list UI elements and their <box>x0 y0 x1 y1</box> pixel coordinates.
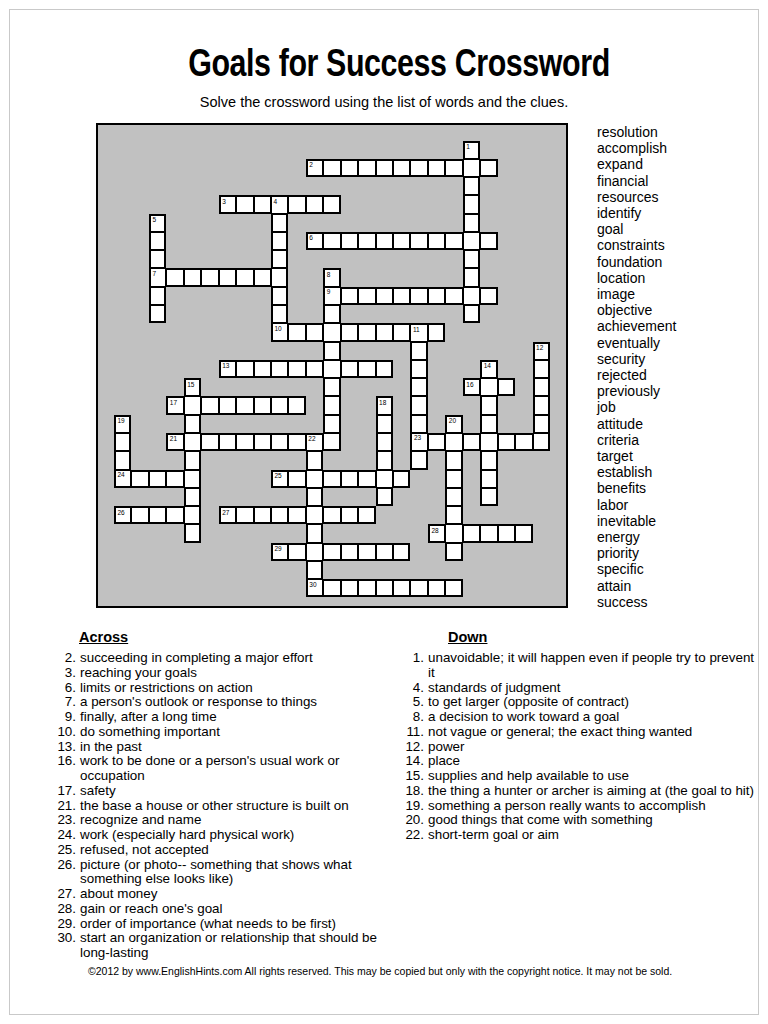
clue-item: 13.in the past <box>52 740 397 755</box>
grid-cell-r5c12 <box>323 232 340 250</box>
grid-cell-r5c21 <box>480 232 497 250</box>
grid-cell-r20c12 <box>323 506 340 524</box>
word-bank-item: location <box>597 270 676 286</box>
clue-item-text: in the past <box>80 740 397 755</box>
grid-cell-r0c20: 1 <box>463 141 480 159</box>
clue-item-text: the thing a hunter or archer is aiming a… <box>428 784 755 799</box>
grid-cell-r7c5 <box>201 268 218 286</box>
grid-cell-r3c11 <box>306 195 323 213</box>
grid-cell-r22c15 <box>376 543 393 561</box>
grid-cell-r24c18 <box>428 579 445 597</box>
word-bank-item: financial <box>597 173 676 189</box>
grid-cell-r21c11 <box>306 524 323 542</box>
grid-cell-r16c23 <box>515 433 532 451</box>
grid-cell-r8c9 <box>271 287 288 305</box>
clue-item: 27.about money <box>52 887 397 902</box>
word-bank-item: criteria <box>597 432 676 448</box>
clue-item: 25.refused, not accepted <box>52 843 397 858</box>
grid-cell-r13c24 <box>533 378 550 396</box>
grid-cell-r16c22 <box>498 433 515 451</box>
clue-item-text: reaching your goals <box>80 666 397 681</box>
clue-item-number: 5. <box>400 695 428 710</box>
clue-number-label: 12 <box>536 344 543 351</box>
clue-number-label: 22 <box>308 435 315 442</box>
grid-cell-r18c2 <box>149 470 166 488</box>
clue-item-number: 25. <box>52 843 80 858</box>
clue-item: 2.succeeding in completing a major effor… <box>52 651 397 666</box>
clue-item-number: 3. <box>52 666 80 681</box>
word-bank-item: target <box>597 448 676 464</box>
clue-item-text: recognize and name <box>80 813 397 828</box>
down-clue-list: 1.unavoidable; it will happen even if pe… <box>400 651 755 843</box>
clue-item: 17.safety <box>52 784 397 799</box>
grid-cell-r1c15 <box>376 159 393 177</box>
grid-cell-r7c7 <box>236 268 253 286</box>
clue-item-number: 19. <box>400 799 428 814</box>
grid-cell-r18c12 <box>323 470 340 488</box>
clue-item-text: order of importance (what needs to be fi… <box>80 917 397 932</box>
grid-cell-r17c15 <box>376 451 393 469</box>
grid-cell-r22c12 <box>323 543 340 561</box>
grid-cell-r16c12 <box>323 433 340 451</box>
grid-cell-r16c10 <box>288 433 305 451</box>
grid-cell-r3c6: 3 <box>219 195 236 213</box>
grid-cell-r10c11 <box>306 323 323 341</box>
grid-cell-r17c0 <box>114 451 131 469</box>
grid-cell-r8c13 <box>341 287 358 305</box>
clue-item: 14.place <box>400 754 755 769</box>
grid-cell-r18c4 <box>184 470 201 488</box>
grid-cell-r21c18: 28 <box>428 524 445 542</box>
grid-cell-r7c12: 8 <box>323 268 340 286</box>
grid-cell-r16c0 <box>114 433 131 451</box>
grid-cell-r19c4 <box>184 488 201 506</box>
clue-number-label: 26 <box>118 509 125 516</box>
grid-cell-r20c14 <box>358 506 375 524</box>
grid-cell-r1c12 <box>323 159 340 177</box>
clue-item-number: 16. <box>52 754 80 784</box>
grid-cell-r12c13 <box>341 360 358 378</box>
clue-item: 28.gain or reach one's goal <box>52 902 397 917</box>
clue-item-text: power <box>428 740 755 755</box>
grid-cell-r20c13 <box>341 506 358 524</box>
grid-cell-r10c17: 11 <box>410 323 427 341</box>
grid-cell-r12c24 <box>533 360 550 378</box>
grid-cell-r16c9 <box>271 433 288 451</box>
clue-item-text: a decision to work toward a goal <box>428 710 755 725</box>
grid-cell-r18c21 <box>480 470 497 488</box>
grid-cell-r24c19 <box>445 579 462 597</box>
grid-cell-r16c20 <box>463 433 480 451</box>
clue-item-number: 20. <box>400 813 428 828</box>
clue-item-number: 9. <box>52 710 80 725</box>
grid-cell-r17c21 <box>480 451 497 469</box>
grid-cell-r8c19 <box>445 287 462 305</box>
grid-cell-r12c14 <box>358 360 375 378</box>
clue-item-number: 7. <box>52 695 80 710</box>
word-bank-item: identify <box>597 205 676 221</box>
grid-cell-r10c10 <box>288 323 305 341</box>
clue-item-number: 18. <box>400 784 428 799</box>
clue-number-label: 10 <box>274 325 281 332</box>
across-clue-list: 2.succeeding in completing a major effor… <box>52 651 397 961</box>
grid-cell-r20c10 <box>288 506 305 524</box>
grid-cell-r18c0: 24 <box>114 470 131 488</box>
grid-cell-r1c16 <box>393 159 410 177</box>
grid-cell-r22c10 <box>288 543 305 561</box>
clue-item: 30.start an organization or relationship… <box>52 931 397 961</box>
grid-cell-r22c13 <box>341 543 358 561</box>
grid-cell-r5c2 <box>149 232 166 250</box>
grid-cell-r16c24 <box>533 433 550 451</box>
grid-cell-r18c16 <box>393 470 410 488</box>
grid-cell-r1c11: 2 <box>306 159 323 177</box>
grid-cell-r18c13 <box>341 470 358 488</box>
word-bank-item: eventually <box>597 335 676 351</box>
page-subtitle: Solve the crossword using the list of wo… <box>0 94 768 110</box>
grid-cell-r9c2 <box>149 305 166 323</box>
clue-number-label: 19 <box>118 417 125 424</box>
grid-cell-r23c11 <box>306 561 323 579</box>
grid-cell-r20c2 <box>149 506 166 524</box>
grid-cell-r13c4: 15 <box>184 378 201 396</box>
grid-cell-r16c4 <box>184 433 201 451</box>
grid-cell-r22c11 <box>306 543 323 561</box>
clue-number-label: 27 <box>222 509 229 516</box>
word-bank-item: image <box>597 286 676 302</box>
grid-cell-r22c19 <box>445 543 462 561</box>
clue-item-number: 29. <box>52 917 80 932</box>
grid-cell-r14c7 <box>236 396 253 414</box>
clue-number-label: 24 <box>118 471 125 478</box>
word-bank-item: inevitable <box>597 513 676 529</box>
grid-cell-r14c5 <box>201 396 218 414</box>
grid-cell-r10c16 <box>393 323 410 341</box>
word-bank-item: success <box>597 594 676 610</box>
grid-cell-r15c19: 20 <box>445 415 462 433</box>
grid-cell-r5c11: 6 <box>306 232 323 250</box>
clue-item: 29.order of importance (what needs to be… <box>52 917 397 932</box>
clue-item-number: 28. <box>52 902 80 917</box>
clue-item-number: 13. <box>52 740 80 755</box>
clue-number-label: 30 <box>309 581 316 588</box>
word-bank-item: expand <box>597 156 676 172</box>
word-bank-item: labor <box>597 497 676 513</box>
grid-cell-r18c15 <box>376 470 393 488</box>
grid-cell-r17c17 <box>410 451 427 469</box>
grid-cell-r19c11 <box>306 488 323 506</box>
grid-cell-r19c15 <box>376 488 393 506</box>
grid-cell-r10c14 <box>358 323 375 341</box>
grid-cell-r22c16 <box>393 543 410 561</box>
grid-cell-r8c17 <box>410 287 427 305</box>
word-bank: resolutionaccomplishexpandfinancialresou… <box>597 124 676 610</box>
clue-item-number: 8. <box>400 710 428 725</box>
clue-item-text: unavoidable; it will happen even if peop… <box>428 651 755 681</box>
grid-cell-r2c20 <box>463 177 480 195</box>
grid-cell-r19c19 <box>445 488 462 506</box>
clue-item-number: 6. <box>52 681 80 696</box>
grid-cell-r20c11 <box>306 506 323 524</box>
clue-item-text: supplies and help available to use <box>428 769 755 784</box>
grid-cell-r20c19 <box>445 506 462 524</box>
grid-cell-r15c15 <box>376 415 393 433</box>
grid-cell-r24c11: 30 <box>306 579 323 597</box>
grid-cell-r20c0: 26 <box>114 506 131 524</box>
word-bank-item: attain <box>597 578 676 594</box>
grid-cell-r12c7 <box>236 360 253 378</box>
grid-cell-r16c15 <box>376 433 393 451</box>
grid-cell-r24c16 <box>393 579 410 597</box>
clue-number-label: 8 <box>327 271 331 278</box>
grid-cell-r20c9 <box>271 506 288 524</box>
grid-cell-r18c19 <box>445 470 462 488</box>
grid-cell-r5c19 <box>445 232 462 250</box>
grid-cell-r7c20 <box>463 268 480 286</box>
clue-item-number: 2. <box>52 651 80 666</box>
clue-number-label: 16 <box>466 381 473 388</box>
clue-item: 21.the base a house or other structure i… <box>52 799 397 814</box>
clue-item: 7.a person's outlook or response to thin… <box>52 695 397 710</box>
grid-cell-r1c20 <box>463 159 480 177</box>
clue-item-text: gain or reach one's goal <box>80 902 397 917</box>
clue-item-number: 4. <box>400 681 428 696</box>
grid-cell-r21c20 <box>463 524 480 542</box>
grid-cell-r17c4 <box>184 451 201 469</box>
grid-cell-r20c4 <box>184 506 201 524</box>
clue-item: 20.good things that come with something <box>400 813 755 828</box>
word-bank-item: establish <box>597 464 676 480</box>
word-bank-item: security <box>597 351 676 367</box>
clue-number-label: 15 <box>187 381 194 388</box>
grid-cell-r8c20 <box>463 287 480 305</box>
grid-cell-r16c8 <box>254 433 271 451</box>
grid-cell-r9c20 <box>463 305 480 323</box>
grid-cell-r13c22 <box>498 378 515 396</box>
grid-cell-r10c18 <box>428 323 445 341</box>
word-bank-item: foundation <box>597 254 676 270</box>
grid-cell-r7c9 <box>271 268 288 286</box>
grid-cell-r4c20 <box>463 214 480 232</box>
grid-cell-r7c4 <box>184 268 201 286</box>
clue-item-text: start an organization or relationship th… <box>80 931 397 961</box>
grid-cell-r10c15 <box>376 323 393 341</box>
word-bank-item: objective <box>597 302 676 318</box>
clue-number-label: 13 <box>222 362 229 369</box>
clue-item: 6.limits or restrictions on action <box>52 681 397 696</box>
grid-cell-r10c13 <box>341 323 358 341</box>
word-bank-item: benefits <box>597 480 676 496</box>
clue-item-text: safety <box>80 784 397 799</box>
clue-item-number: 1. <box>400 651 428 681</box>
grid-cell-r18c9: 25 <box>271 470 288 488</box>
clue-item: 19.something a person really wants to ac… <box>400 799 755 814</box>
clue-item: 4.standards of judgment <box>400 681 755 696</box>
clue-item: 11.not vague or general; the exact thing… <box>400 725 755 740</box>
grid-cell-r13c20: 16 <box>463 378 480 396</box>
word-bank-item: previously <box>597 383 676 399</box>
grid-cell-r12c10 <box>288 360 305 378</box>
word-bank-item: attitude <box>597 416 676 432</box>
grid-cell-r5c9 <box>271 232 288 250</box>
clue-number-label: 3 <box>222 198 226 205</box>
grid-cell-r16c5 <box>201 433 218 451</box>
grid-cell-r14c9 <box>271 396 288 414</box>
grid-cell-r3c10 <box>288 195 305 213</box>
grid-cell-r14c6 <box>219 396 236 414</box>
clue-number-label: 29 <box>274 545 281 552</box>
grid-cell-r10c12 <box>323 323 340 341</box>
grid-cell-r12c15 <box>376 360 393 378</box>
grid-cell-r20c6: 27 <box>219 506 236 524</box>
clue-item-number: 23. <box>52 813 80 828</box>
clue-item-text: work to be done or a person's usual work… <box>80 754 397 784</box>
clue-number-label: 20 <box>449 417 456 424</box>
clue-number-label: 9 <box>327 288 331 295</box>
grid-cell-r12c6: 13 <box>219 360 236 378</box>
clue-item: 10.do something important <box>52 725 397 740</box>
word-bank-item: resolution <box>597 124 676 140</box>
clue-number-label: 23 <box>414 434 421 441</box>
grid-cell-r16c21 <box>480 433 497 451</box>
clue-item-text: succeeding in completing a major effort <box>80 651 397 666</box>
grid-cell-r14c12 <box>323 396 340 414</box>
grid-cell-r21c21 <box>480 524 497 542</box>
clue-item-text: about money <box>80 887 397 902</box>
grid-cell-r21c22 <box>498 524 515 542</box>
grid-cell-r20c1 <box>131 506 148 524</box>
grid-cell-r14c3: 17 <box>166 396 183 414</box>
clue-item: 26.picture (or photo-- something that sh… <box>52 858 397 888</box>
grid-cell-r8c12: 9 <box>323 287 340 305</box>
clue-number-label: 7 <box>152 270 156 277</box>
grid-cell-r13c12 <box>323 378 340 396</box>
clue-item-number: 10. <box>52 725 80 740</box>
clue-number-label: 11 <box>413 326 420 333</box>
grid-cell-r20c3 <box>166 506 183 524</box>
grid-cell-r19c21 <box>480 488 497 506</box>
grid-cell-r15c12 <box>323 415 340 433</box>
clue-item-number: 15. <box>400 769 428 784</box>
grid-cell-r18c11 <box>306 470 323 488</box>
clue-number-label: 5 <box>152 216 156 223</box>
grid-cell-r20c7 <box>236 506 253 524</box>
grid-cell-r9c9 <box>271 305 288 323</box>
grid-cell-r7c3 <box>166 268 183 286</box>
grid-cell-r14c10 <box>288 396 305 414</box>
grid-cell-r8c14 <box>358 287 375 305</box>
clue-item-number: 24. <box>52 828 80 843</box>
grid-cell-r4c9 <box>271 214 288 232</box>
clue-number-label: 18 <box>379 399 386 406</box>
grid-cell-r12c21: 14 <box>480 360 497 378</box>
grid-cell-r15c4 <box>184 415 201 433</box>
grid-cell-r12c12 <box>323 360 340 378</box>
clue-item-number: 14. <box>400 754 428 769</box>
grid-cell-r1c14 <box>358 159 375 177</box>
grid-cell-r5c18 <box>428 232 445 250</box>
grid-cell-r14c17 <box>410 396 427 414</box>
grid-cell-r11c24: 12 <box>533 342 550 360</box>
word-bank-item: accomplish <box>597 140 676 156</box>
clue-number-label: 17 <box>170 399 177 406</box>
grid-cell-r3c20 <box>463 195 480 213</box>
clue-item-text: place <box>428 754 755 769</box>
word-bank-item: job <box>597 399 676 415</box>
grid-cell-r15c24 <box>533 415 550 433</box>
clue-item-number: 22. <box>400 828 428 843</box>
grid-cell-r12c8 <box>254 360 271 378</box>
clue-item: 22.short-term goal or aim <box>400 828 755 843</box>
clue-item-number: 26. <box>52 858 80 888</box>
grid-cell-r5c20 <box>463 232 480 250</box>
clue-item: 16.work to be done or a person's usual w… <box>52 754 397 784</box>
grid-cell-r14c4 <box>184 396 201 414</box>
grid-cell-r16c6 <box>219 433 236 451</box>
grid-cell-r21c4 <box>184 524 201 542</box>
clue-item-text: limits or restrictions on action <box>80 681 397 696</box>
grid-cell-r15c17 <box>410 415 427 433</box>
grid-cell-r14c15: 18 <box>376 396 393 414</box>
grid-cell-r14c21 <box>480 396 497 414</box>
clue-item: 3.reaching your goals <box>52 666 397 681</box>
clue-item: 23.recognize and name <box>52 813 397 828</box>
clue-item: 1.unavoidable; it will happen even if pe… <box>400 651 755 681</box>
page-title: Goals for Success Crossword <box>104 44 694 84</box>
grid-cell-r8c15 <box>376 287 393 305</box>
clue-item-number: 12. <box>400 740 428 755</box>
grid-cell-r3c8 <box>254 195 271 213</box>
grid-cell-r16c19 <box>445 433 462 451</box>
word-bank-item: achievement <box>597 318 676 334</box>
grid-cell-r7c6 <box>219 268 236 286</box>
grid-cell-r8c16 <box>393 287 410 305</box>
grid-cell-r18c3 <box>166 470 183 488</box>
grid-cell-r1c19 <box>445 159 462 177</box>
grid-cell-r14c24 <box>533 396 550 414</box>
word-bank-item: specific <box>597 561 676 577</box>
grid-cell-r5c15 <box>376 232 393 250</box>
grid-cell-r8c2 <box>149 287 166 305</box>
clue-item-number: 27. <box>52 887 80 902</box>
grid-cell-r13c17 <box>410 378 427 396</box>
grid-cell-r24c17 <box>410 579 427 597</box>
clue-number-label: 21 <box>170 435 177 442</box>
clue-item-number: 17. <box>52 784 80 799</box>
clue-item-text: short-term goal or aim <box>428 828 755 843</box>
clue-item-text: picture (or photo-- something that shows… <box>80 858 397 888</box>
grid-cell-r22c14 <box>358 543 375 561</box>
grid-cell-r6c20 <box>463 250 480 268</box>
grid-cell-r24c12 <box>323 579 340 597</box>
grid-cell-r3c9: 4 <box>271 195 288 213</box>
grid-cell-r3c12 <box>323 195 340 213</box>
grid-cell-r16c18 <box>428 433 445 451</box>
word-bank-item: goal <box>597 221 676 237</box>
grid-cell-r14c8 <box>254 396 271 414</box>
across-header: Across <box>79 630 397 645</box>
word-bank-item: priority <box>597 545 676 561</box>
grid-cell-r3c7 <box>236 195 253 213</box>
grid-cell-r13c21 <box>480 378 497 396</box>
clue-number-label: 25 <box>274 472 281 479</box>
clue-item: 18.the thing a hunter or archer is aimin… <box>400 784 755 799</box>
grid-cell-r6c9 <box>271 250 288 268</box>
grid-cell-r1c18 <box>428 159 445 177</box>
grid-cell-r17c11 <box>306 451 323 469</box>
clue-item-number: 11. <box>400 725 428 740</box>
clue-item-text: a person's outlook or response to things <box>80 695 397 710</box>
